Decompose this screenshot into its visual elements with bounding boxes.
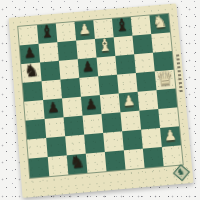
square-e6 xyxy=(97,56,117,76)
square-c6 xyxy=(59,59,79,79)
square-f8: ♝ xyxy=(112,17,132,37)
illegible-brand-text xyxy=(176,54,183,92)
square-b1 xyxy=(48,155,69,176)
chess-board: ♝♟♝♞♟♝♞♟♛♟♟♟♟♞ ♞ xyxy=(9,3,194,197)
square-g3 xyxy=(139,109,160,130)
square-d2 xyxy=(84,133,105,154)
square-f2 xyxy=(122,130,143,151)
square-c8 xyxy=(56,22,76,42)
square-d3 xyxy=(83,114,104,135)
board-logo-emblem: ♞ xyxy=(173,164,189,180)
square-a6: ♞ xyxy=(21,62,41,82)
square-h5: ♛ xyxy=(155,70,176,90)
black-pawn: ♟ xyxy=(77,54,98,78)
square-b2 xyxy=(46,136,67,157)
square-f7 xyxy=(114,36,134,56)
black-pawn: ♟ xyxy=(43,94,64,119)
square-h2: ♟ xyxy=(160,126,181,147)
table-surface: ♝♟♝♞♟♝♞♟♛♟♟♟♟♞ ♞ xyxy=(0,0,200,200)
square-e5 xyxy=(98,75,119,95)
square-g1 xyxy=(143,147,164,168)
square-h4 xyxy=(156,89,177,110)
square-g6 xyxy=(134,53,155,73)
square-c7 xyxy=(57,41,77,61)
square-f1 xyxy=(124,149,145,170)
black-pawn: ♟ xyxy=(81,91,102,116)
square-f4: ♟ xyxy=(119,92,140,113)
square-c3 xyxy=(64,116,85,137)
white-knight: ♞ xyxy=(149,10,170,34)
square-a5 xyxy=(23,81,43,101)
square-a4 xyxy=(24,100,44,121)
square-b8: ♝ xyxy=(37,24,57,44)
square-d1 xyxy=(86,152,107,173)
square-b6 xyxy=(40,61,60,81)
square-e3 xyxy=(101,112,122,133)
square-d8: ♟ xyxy=(75,20,95,40)
square-a1 xyxy=(29,157,50,178)
square-g8 xyxy=(131,15,151,35)
white-bishop: ♝ xyxy=(95,33,116,57)
square-b3 xyxy=(45,117,66,138)
square-h1 xyxy=(162,145,183,166)
square-e4 xyxy=(100,93,121,114)
square-e1 xyxy=(105,150,126,171)
white-queen: ♛ xyxy=(154,66,175,90)
square-g4 xyxy=(138,90,159,111)
black-bishop: ♝ xyxy=(112,13,133,37)
square-g7 xyxy=(132,34,153,54)
square-c4 xyxy=(62,97,83,118)
square-d6: ♟ xyxy=(78,58,98,78)
square-c5 xyxy=(60,78,80,98)
square-a2 xyxy=(27,138,48,159)
square-g5 xyxy=(136,71,157,91)
square-e2 xyxy=(103,131,124,152)
square-e7: ♝ xyxy=(95,37,115,57)
square-f3 xyxy=(120,111,141,132)
board-grid: ♝♟♝♞♟♝♞♟♛♟♟♟♟♞ xyxy=(18,14,182,178)
black-knight: ♞ xyxy=(66,150,87,175)
white-pawn: ♟ xyxy=(74,16,95,40)
square-g2 xyxy=(141,128,162,149)
square-a3 xyxy=(26,119,47,140)
square-b4: ♟ xyxy=(43,98,63,119)
white-pawn: ♟ xyxy=(160,122,181,147)
square-d4: ♟ xyxy=(81,95,102,116)
square-f6 xyxy=(115,54,136,74)
black-bishop: ♝ xyxy=(37,20,58,44)
square-h8: ♞ xyxy=(149,14,169,34)
white-pawn: ♟ xyxy=(118,88,139,112)
square-b7 xyxy=(39,42,59,62)
black-knight: ♞ xyxy=(21,59,42,83)
emblem-knight-icon: ♞ xyxy=(173,164,189,180)
square-h7 xyxy=(151,32,172,52)
square-c1: ♞ xyxy=(67,154,88,175)
